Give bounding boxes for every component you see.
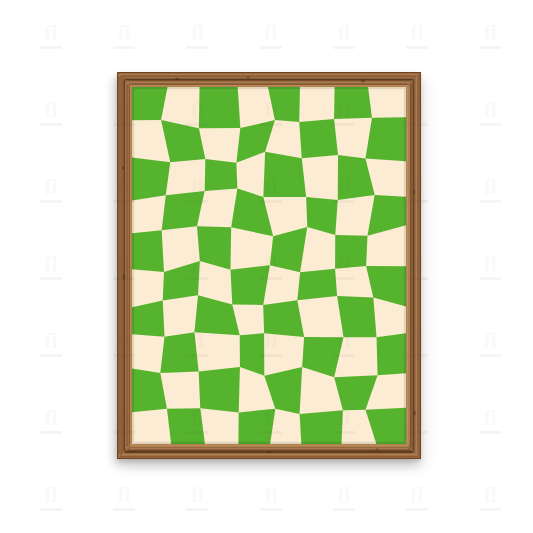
wood-knot: [246, 76, 249, 78]
watermark-text: fl: [478, 177, 502, 198]
watermark-underline: [479, 431, 501, 434]
watermark-glyph: fl: [478, 100, 502, 126]
watermark-underline: [40, 200, 62, 203]
watermark-text: fl: [332, 23, 356, 44]
watermark-text: fl: [185, 23, 209, 44]
watermark-text: fl: [39, 177, 63, 198]
watermark-glyph: fl: [185, 485, 209, 511]
watermark-underline: [479, 46, 501, 49]
watermark-underline: [260, 46, 282, 49]
wood-knot: [375, 449, 378, 451]
watermark-text: fl: [185, 485, 209, 506]
watermark-underline: [479, 508, 501, 511]
wood-knot: [413, 190, 415, 195]
watermark-glyph: fl: [39, 485, 63, 511]
wood-knot: [175, 78, 179, 80]
watermark-glyph: fl: [259, 485, 283, 511]
watermark-text: fl: [259, 485, 283, 506]
wood-knot: [123, 274, 125, 280]
framed-checkerboard-print: [117, 72, 421, 459]
watermark-underline: [40, 354, 62, 357]
watermark-underline: [333, 46, 355, 49]
watermark-glyph: fl: [332, 23, 356, 49]
watermark-underline: [40, 46, 62, 49]
wood-knot: [361, 80, 365, 83]
watermark-glyph: fl: [39, 177, 63, 203]
watermark-text: fl: [39, 23, 63, 44]
watermark-glyph: fl: [39, 100, 63, 126]
watermark-underline: [40, 123, 62, 126]
watermark-glyph: fl: [478, 485, 502, 511]
watermark-glyph: fl: [39, 331, 63, 357]
watermark-underline: [406, 46, 428, 49]
watermark-glyph: fl: [478, 23, 502, 49]
watermark-underline: [479, 123, 501, 126]
watermark-glyph: fl: [478, 254, 502, 280]
watermark-text: fl: [478, 23, 502, 44]
watermark-text: fl: [112, 485, 136, 506]
watermark-text: fl: [478, 485, 502, 506]
checker-cell-green: [199, 367, 240, 412]
watermark-underline: [40, 431, 62, 434]
watermark-glyph: fl: [478, 177, 502, 203]
watermark-underline: [479, 277, 501, 280]
watermark-glyph: fl: [478, 331, 502, 357]
checker-cell-green: [263, 300, 304, 337]
watermark-text: fl: [39, 100, 63, 121]
watermark-glyph: fl: [112, 23, 136, 49]
watermark-underline: [479, 200, 501, 203]
watermark-underline: [333, 508, 355, 511]
checker-cell-green: [238, 409, 275, 444]
watermark-glyph: fl: [405, 485, 429, 511]
watermark-text: fl: [405, 485, 429, 506]
watermark-underline: [186, 508, 208, 511]
checker-cell-green: [263, 152, 306, 197]
watermark-underline: [40, 277, 62, 280]
wood-knot: [413, 411, 415, 415]
checker-cell-green: [132, 230, 164, 272]
watermark-text: fl: [112, 23, 136, 44]
wood-knot: [267, 451, 272, 453]
picture-frame: [117, 72, 421, 459]
watermark-underline: [113, 508, 135, 511]
watermark-underline: [40, 508, 62, 511]
watermark-glyph: fl: [112, 485, 136, 511]
wood-knot: [122, 166, 124, 170]
watermark-text: fl: [39, 254, 63, 275]
watermark-glyph: fl: [259, 23, 283, 49]
watermark-glyph: fl: [185, 23, 209, 49]
watermark-text: fl: [478, 254, 502, 275]
watermark-glyph: fl: [332, 485, 356, 511]
watermark-glyph: fl: [39, 23, 63, 49]
watermark-underline: [113, 46, 135, 49]
checker-cell-green: [297, 269, 337, 301]
checker-cell-green: [366, 117, 406, 161]
checker-cell-green: [205, 159, 238, 191]
watermark-glyph: fl: [478, 408, 502, 434]
watermark-text: fl: [478, 408, 502, 429]
product-photo: flflflflflflflflflflflflflflflflflflflfl…: [0, 0, 533, 533]
checker-cell-green: [167, 408, 205, 444]
watermark-text: fl: [39, 331, 63, 352]
watermark-text: fl: [259, 23, 283, 44]
watermark-underline: [406, 508, 428, 511]
checker-cell-green: [230, 265, 269, 305]
watermark-underline: [260, 508, 282, 511]
watermark-glyph: fl: [39, 408, 63, 434]
checker-cell-green: [337, 296, 376, 337]
watermark-underline: [479, 354, 501, 357]
watermark-text: fl: [405, 23, 429, 44]
watermark-text: fl: [332, 485, 356, 506]
checker-cell-green: [160, 332, 198, 373]
watermark-glyph: fl: [405, 23, 429, 49]
watermark-text: fl: [39, 485, 63, 506]
checker-cell-green: [132, 158, 170, 201]
checker-cell-green: [300, 410, 343, 444]
watermark-underline: [186, 46, 208, 49]
checker-cell-green: [299, 119, 338, 158]
checker-cell-green: [334, 87, 372, 119]
checker-cell-green: [335, 235, 367, 269]
watermark-text: fl: [478, 331, 502, 352]
watermark-text: fl: [478, 100, 502, 121]
checker-cell-green: [199, 87, 240, 128]
checker-cell-green: [377, 333, 406, 375]
watermark-text: fl: [39, 408, 63, 429]
watermark-glyph: fl: [39, 254, 63, 280]
